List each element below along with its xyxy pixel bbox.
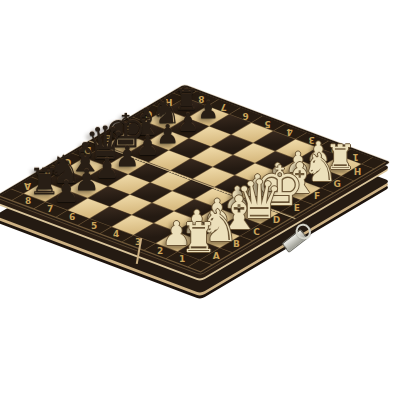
chess-set-photo: 87654321HHGGFFEEDDCCBBAA87654321 ♜♟♞♟♝♟♚…: [0, 0, 400, 400]
